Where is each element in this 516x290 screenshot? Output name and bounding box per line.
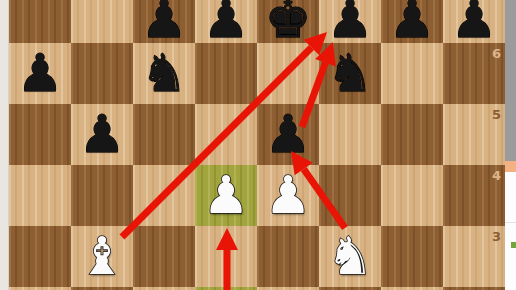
square-d4[interactable]: ♟ — [195, 165, 257, 226]
square-a3[interactable] — [9, 226, 71, 287]
square-h6[interactable]: 6 — [443, 43, 505, 104]
square-b7[interactable] — [71, 0, 133, 43]
square-c6[interactable]: ♞ — [133, 43, 195, 104]
square-d3[interactable] — [195, 226, 257, 287]
right-peach-bar — [505, 161, 516, 172]
square-h7[interactable]: ♟ — [443, 0, 505, 43]
piece-black-pawn-a6[interactable]: ♟ — [17, 43, 64, 104]
square-b3[interactable]: ♝ — [71, 226, 133, 287]
rank-label-6: 6 — [492, 46, 501, 61]
square-a5[interactable] — [9, 104, 71, 165]
right-gray-strip — [505, 0, 516, 161]
square-e5[interactable]: ♟ — [257, 104, 319, 165]
piece-white-bishop-b3[interactable]: ♝ — [79, 226, 126, 287]
square-b4[interactable] — [71, 165, 133, 226]
piece-white-pawn-e4[interactable]: ♟ — [265, 165, 312, 226]
piece-white-pawn-d4[interactable]: ♟ — [203, 165, 250, 226]
square-g7[interactable]: ♟ — [381, 0, 443, 43]
piece-black-knight-c6[interactable]: ♞ — [141, 43, 188, 104]
piece-black-knight-f6[interactable]: ♞ — [327, 43, 374, 104]
rank-label-5: 5 — [492, 107, 501, 122]
square-g3[interactable] — [381, 226, 443, 287]
square-f7[interactable]: ♟ — [319, 0, 381, 43]
square-a7[interactable] — [9, 0, 71, 43]
piece-black-pawn-b5[interactable]: ♟ — [79, 104, 126, 165]
square-f6[interactable]: ♞ — [319, 43, 381, 104]
chess-board[interactable]: ♟♟♚♟♟♟♟♞♞6♟♟5♟♟4♝♞3 — [9, 0, 505, 290]
square-c7[interactable]: ♟ — [133, 0, 195, 43]
square-g4[interactable] — [381, 165, 443, 226]
square-g6[interactable] — [381, 43, 443, 104]
square-e6[interactable] — [257, 43, 319, 104]
square-c3[interactable] — [133, 226, 195, 287]
square-c4[interactable] — [133, 165, 195, 226]
right-panel-strip — [505, 0, 516, 290]
square-b5[interactable]: ♟ — [71, 104, 133, 165]
right-green-marker — [511, 242, 516, 248]
square-e7[interactable]: ♚ — [257, 0, 319, 43]
chess-app-screenshot: ♟♟♚♟♟♟♟♞♞6♟♟5♟♟4♝♞3 — [0, 0, 516, 290]
square-h5[interactable]: 5 — [443, 104, 505, 165]
square-d6[interactable] — [195, 43, 257, 104]
square-h4[interactable]: 4 — [443, 165, 505, 226]
square-h3[interactable]: 3 — [443, 226, 505, 287]
square-c5[interactable] — [133, 104, 195, 165]
square-d7[interactable]: ♟ — [195, 0, 257, 43]
square-f3[interactable]: ♞ — [319, 226, 381, 287]
square-a6[interactable]: ♟ — [9, 43, 71, 104]
square-e3[interactable] — [257, 226, 319, 287]
square-b6[interactable] — [71, 43, 133, 104]
rank-label-3: 3 — [492, 229, 501, 244]
square-d5[interactable] — [195, 104, 257, 165]
square-e4[interactable]: ♟ — [257, 165, 319, 226]
piece-black-pawn-e5[interactable]: ♟ — [265, 104, 312, 165]
piece-white-knight-f3[interactable]: ♞ — [327, 226, 374, 287]
square-g5[interactable] — [381, 104, 443, 165]
square-a4[interactable] — [9, 165, 71, 226]
left-margin-strip — [0, 0, 9, 290]
square-f4[interactable] — [319, 165, 381, 226]
rank-label-4: 4 — [492, 168, 501, 183]
right-panel-divider — [505, 222, 516, 223]
square-f5[interactable] — [319, 104, 381, 165]
